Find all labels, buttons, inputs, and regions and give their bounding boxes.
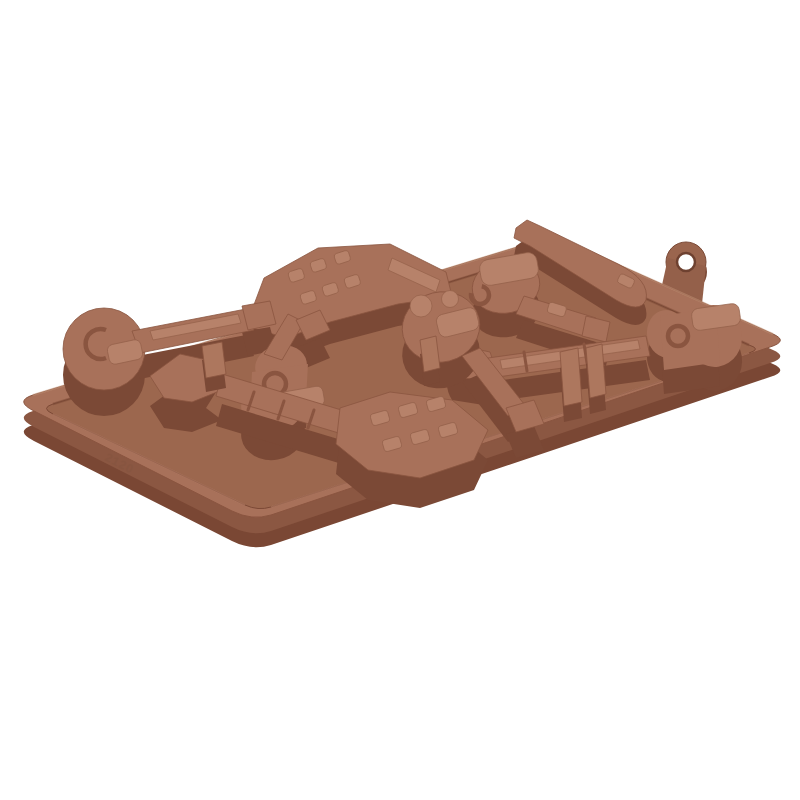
hang-tab-hole bbox=[677, 253, 695, 271]
divider-fragment bbox=[202, 342, 226, 392]
round-bump bbox=[442, 291, 459, 308]
divider-fragment bbox=[560, 348, 582, 422]
round-bump bbox=[410, 295, 432, 317]
product-photo: 2120 bbox=[0, 0, 800, 800]
